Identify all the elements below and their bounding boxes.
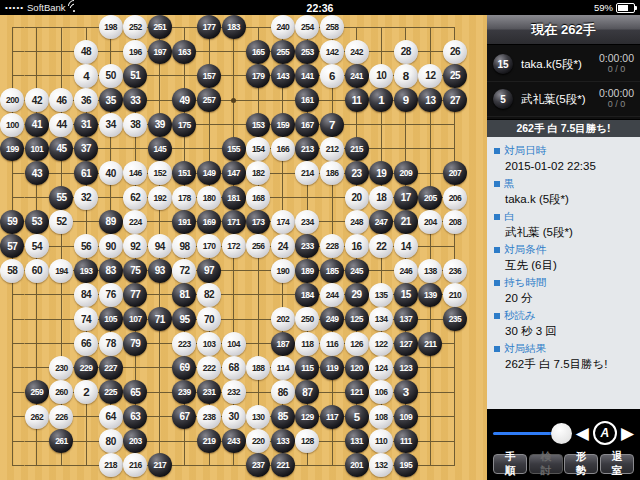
info-label: 持ち時間	[504, 275, 546, 290]
go-stone-white: 126	[345, 332, 369, 356]
go-stone-white: 64	[99, 405, 123, 429]
board-point: 81	[172, 283, 197, 307]
go-stone-black: 157	[197, 64, 221, 88]
go-stone-white: 212	[320, 137, 344, 161]
go-stone-white: 44	[49, 113, 73, 137]
go-stone-white: 50	[99, 64, 123, 88]
board-point	[148, 429, 173, 453]
slider-knob[interactable]	[551, 423, 572, 444]
board-point	[246, 88, 271, 112]
board-point	[221, 88, 246, 112]
board-point: 85	[271, 405, 296, 429]
go-stone-black: 193	[74, 259, 98, 283]
board-point: 227	[98, 356, 123, 380]
go-stone-black: 141	[295, 64, 319, 88]
board-point: 206	[443, 185, 468, 209]
board-point	[25, 185, 50, 209]
board-point: 139	[418, 283, 443, 307]
board-point: 177	[197, 15, 222, 39]
white-capture-stone-icon: 5	[493, 89, 513, 109]
board-point	[443, 380, 468, 404]
board-point	[25, 39, 50, 63]
board-point: 170	[197, 234, 222, 258]
board-point	[418, 356, 443, 380]
go-stone-black: 257	[197, 88, 221, 112]
board-point	[320, 380, 345, 404]
go-stone-black: 59	[0, 210, 24, 234]
go-stone-white: 8	[394, 64, 418, 88]
board-point	[148, 405, 173, 429]
board-point: 48	[74, 39, 99, 63]
board-point: 9	[394, 88, 419, 112]
board-point: 61	[74, 161, 99, 185]
board-point: 37	[74, 137, 99, 161]
board-point: 251	[148, 15, 173, 39]
board-point: 90	[98, 234, 123, 258]
go-stone-white: 256	[246, 234, 270, 258]
info-label: 対局日時	[504, 143, 546, 158]
board-point	[418, 39, 443, 63]
board-point	[320, 453, 345, 477]
board-point	[443, 234, 468, 258]
go-stone-white: 238	[197, 405, 221, 429]
board-point: 221	[271, 453, 296, 477]
board-point: 224	[123, 210, 148, 234]
board-point: 4	[74, 64, 99, 88]
board-point: 222	[197, 356, 222, 380]
go-stone-black: 93	[148, 259, 172, 283]
board-point	[0, 331, 25, 355]
go-stone-white: 188	[246, 356, 270, 380]
board-point	[443, 356, 468, 380]
info-label: 黒	[504, 176, 515, 191]
board-point: 252	[123, 15, 148, 39]
board-point: 95	[172, 307, 197, 331]
board-point: 93	[148, 258, 173, 282]
board-point: 167	[295, 112, 320, 136]
go-stone-white: 108	[369, 405, 393, 429]
go-stone-black: 33	[123, 88, 147, 112]
board-point: 214	[295, 161, 320, 185]
board-point: 262	[25, 405, 50, 429]
go-stone-white: 100	[0, 113, 24, 137]
board-point	[123, 137, 148, 161]
go-stone-white: 236	[443, 259, 467, 283]
go-stone-black: 57	[0, 234, 24, 258]
go-stone-black: 161	[295, 88, 319, 112]
board-point: 233	[295, 234, 320, 258]
go-stone-black: 207	[443, 161, 467, 185]
board-point	[74, 429, 99, 453]
board-point	[0, 283, 25, 307]
board-point: 241	[344, 64, 369, 88]
board-point: 184	[295, 283, 320, 307]
go-stone-white: 4	[74, 64, 98, 88]
go-stone-black: 245	[345, 259, 369, 283]
board-point	[418, 429, 443, 453]
board-point	[197, 137, 222, 161]
go-stone-black: 191	[172, 210, 196, 234]
board-point: 203	[123, 429, 148, 453]
board-point: 219	[197, 429, 222, 453]
board-point: 185	[320, 258, 345, 282]
go-stone-white: 228	[320, 234, 344, 258]
board-point: 22	[369, 234, 394, 258]
go-stone-white: 190	[271, 259, 295, 283]
board-point: 192	[148, 185, 173, 209]
go-stone-white: 106	[369, 380, 393, 404]
board-point: 13	[418, 88, 443, 112]
board-point: 253	[295, 39, 320, 63]
go-stone-white: 254	[295, 15, 319, 39]
board-point	[271, 283, 296, 307]
info-value: 262手 白 7.5目勝ち!	[494, 356, 633, 372]
go-stone-black: 79	[123, 332, 147, 356]
board-point	[123, 356, 148, 380]
go-stone-black: 51	[123, 64, 147, 88]
go-stone-white: 234	[295, 210, 319, 234]
board-point: 127	[394, 331, 419, 355]
go-stone-black: 179	[246, 64, 270, 88]
go-stone-white: 94	[148, 234, 172, 258]
board-point: 239	[172, 380, 197, 404]
go-stone-black: 65	[123, 380, 147, 404]
go-stone-black: 151	[172, 161, 196, 185]
go-stone-white: 36	[74, 88, 98, 112]
go-stone-black: 215	[345, 137, 369, 161]
go-stone-black: 27	[443, 88, 467, 112]
board-point: 163	[172, 39, 197, 63]
go-stone-black: 61	[74, 161, 98, 185]
go-stone-black: 167	[295, 113, 319, 137]
go-stone-black: 197	[148, 40, 172, 64]
battery-icon	[616, 3, 635, 13]
move-slider[interactable]	[493, 423, 572, 444]
clock-label: 22:36	[307, 2, 334, 14]
board-point: 75	[123, 258, 148, 282]
move-counter-header: 現在 262手	[487, 15, 640, 45]
go-stone-black: 55	[49, 186, 73, 210]
go-stone-white: 30	[222, 405, 246, 429]
board-point: 209	[394, 161, 419, 185]
board-point: 193	[74, 258, 99, 282]
board-point: 20	[344, 185, 369, 209]
board-point: 116	[320, 331, 345, 355]
board-point: 196	[123, 39, 148, 63]
go-stone-black: 19	[369, 161, 393, 185]
go-stone-white: 200	[0, 88, 24, 112]
board-point: 74	[74, 307, 99, 331]
board-point	[49, 234, 74, 258]
go-stone-white: 14	[394, 234, 418, 258]
board-point	[25, 15, 50, 39]
board-point: 34	[98, 112, 123, 136]
board-point: 125	[344, 307, 369, 331]
board-point: 179	[246, 64, 271, 88]
board-point: 134	[369, 307, 394, 331]
go-stone-black: 221	[271, 453, 295, 477]
go-board[interactable]: 1982522511771832402542584819619716316525…	[0, 15, 487, 480]
board-point: 107	[123, 307, 148, 331]
board-point	[443, 137, 468, 161]
board-point: 249	[320, 307, 345, 331]
go-stone-white: 6	[320, 64, 344, 88]
board-point: 260	[49, 380, 74, 404]
board-point: 53	[25, 210, 50, 234]
board-point	[246, 283, 271, 307]
board-point: 71	[148, 307, 173, 331]
go-stone-black: 117	[320, 405, 344, 429]
board-point: 51	[123, 64, 148, 88]
board-point	[98, 39, 123, 63]
board-point: 26	[443, 39, 468, 63]
go-stone-white: 192	[148, 186, 172, 210]
estimate-button[interactable]: 形勢	[564, 454, 598, 474]
go-stone-black: 89	[99, 210, 123, 234]
go-stone-white: 124	[369, 356, 393, 380]
board-point: 43	[25, 161, 50, 185]
board-point	[172, 15, 197, 39]
players-block: 15 taka.k(5段*) 0:00:00 0 / 0 5 武礼葉(5段*) …	[487, 45, 640, 119]
board-point: 135	[369, 283, 394, 307]
go-stone-black: 11	[345, 88, 369, 112]
board-point: 208	[443, 210, 468, 234]
board-point: 1	[369, 88, 394, 112]
go-stone-white: 42	[25, 88, 49, 112]
board-point: 7	[320, 112, 345, 136]
info-label: 対局結果	[504, 341, 546, 356]
board-point: 80	[98, 429, 123, 453]
go-stone-white: 226	[49, 405, 73, 429]
board-point: 244	[320, 283, 345, 307]
board-point: 114	[271, 356, 296, 380]
board-point	[49, 307, 74, 331]
go-stone-white: 74	[74, 307, 98, 331]
board-point: 220	[246, 429, 271, 453]
board-point	[221, 307, 246, 331]
review-button[interactable]: 検討	[529, 454, 563, 474]
board-point	[443, 453, 468, 477]
board-point: 46	[49, 88, 74, 112]
board-point: 110	[369, 429, 394, 453]
board-point: 226	[49, 405, 74, 429]
board-point: 246	[394, 258, 419, 282]
go-stone-black: 147	[222, 161, 246, 185]
board-point: 3	[394, 380, 419, 404]
board-point	[172, 64, 197, 88]
next-move-button[interactable]: ▶	[621, 425, 634, 442]
moves-button[interactable]: 手順	[493, 454, 527, 474]
bullet-icon	[494, 181, 500, 187]
info-label: 秒読み	[504, 308, 536, 323]
board-point: 16	[344, 234, 369, 258]
board-point: 202	[271, 307, 296, 331]
go-stone-white: 68	[222, 356, 246, 380]
go-stone-white: 154	[246, 137, 270, 161]
go-stone-black: 121	[345, 380, 369, 404]
board-point: 105	[98, 307, 123, 331]
board-point: 21	[394, 210, 419, 234]
go-stone-white: 18	[369, 186, 393, 210]
board-point	[246, 331, 271, 355]
board-point: 58	[0, 258, 25, 282]
board-point	[246, 258, 271, 282]
board-point: 100	[0, 112, 25, 136]
board-point: 240	[271, 15, 296, 39]
board-point: 18	[369, 185, 394, 209]
go-stone-black: 67	[172, 405, 196, 429]
go-stone-white: 223	[172, 332, 196, 356]
board-point: 245	[344, 258, 369, 282]
board-point: 131	[344, 429, 369, 453]
go-stone-white: 218	[99, 453, 123, 477]
go-stone-white: 128	[295, 429, 319, 453]
go-stone-black: 171	[222, 210, 246, 234]
board-point	[246, 380, 271, 404]
board-point	[418, 307, 443, 331]
playback-controls: ◀ A ▶ 手順 検討 形勢 退室	[487, 409, 640, 480]
go-stone-white: 92	[123, 234, 147, 258]
board-point	[197, 453, 222, 477]
board-point: 261	[49, 429, 74, 453]
board-point	[98, 137, 123, 161]
leave-room-button[interactable]: 退室	[600, 454, 634, 474]
board-point	[418, 453, 443, 477]
board-point: 49	[172, 88, 197, 112]
go-stone-white: 194	[49, 259, 73, 283]
go-stone-black: 123	[394, 356, 418, 380]
go-stone-black: 127	[394, 332, 418, 356]
board-point: 225	[98, 380, 123, 404]
board-point: 169	[197, 210, 222, 234]
go-stone-black: 205	[418, 186, 442, 210]
go-stone-white: 26	[443, 40, 467, 64]
board-point: 157	[197, 64, 222, 88]
board-point	[49, 331, 74, 355]
go-stone-black: 247	[369, 210, 393, 234]
info-label: 白	[504, 209, 515, 224]
go-stone-black: 131	[345, 429, 369, 453]
go-stone-black: 149	[197, 161, 221, 185]
board-point: 118	[295, 331, 320, 355]
board-point: 35	[98, 88, 123, 112]
board-point	[295, 453, 320, 477]
go-stone-white: 240	[271, 15, 295, 39]
board-point: 70	[197, 307, 222, 331]
board-point: 142	[320, 39, 345, 63]
go-stone-black: 233	[295, 234, 319, 258]
go-stone-white: 78	[99, 332, 123, 356]
board-point: 32	[74, 185, 99, 209]
side-panel: 現在 262手 15 taka.k(5段*) 0:00:00 0 / 0 5 武…	[487, 15, 640, 480]
go-stone-white: 114	[271, 356, 295, 380]
board-point: 172	[221, 234, 246, 258]
info-value: 武礼葉 (5段*)	[494, 224, 633, 240]
board-point	[49, 283, 74, 307]
go-stone-white: 174	[271, 210, 295, 234]
board-point: 257	[197, 88, 222, 112]
go-stone-black: 37	[74, 137, 98, 161]
go-stone-white: 82	[197, 283, 221, 307]
go-stone-black: 229	[74, 356, 98, 380]
board-point: 213	[295, 137, 320, 161]
board-point: 28	[394, 39, 419, 63]
go-stone-black: 101	[25, 137, 49, 161]
go-stone-black: 77	[123, 283, 147, 307]
board-point	[148, 88, 173, 112]
board-point: 94	[148, 234, 173, 258]
go-stone-white: 180	[197, 186, 221, 210]
board-point	[418, 112, 443, 136]
go-stone-white: 216	[123, 453, 147, 477]
board-point: 178	[172, 185, 197, 209]
go-stone-white: 60	[25, 259, 49, 283]
go-stone-white: 224	[123, 210, 147, 234]
board-point: 166	[271, 137, 296, 161]
board-point: 212	[320, 137, 345, 161]
go-stone-black: 109	[394, 405, 418, 429]
board-point	[443, 112, 468, 136]
board-grid: 1982522511771832402542584819619716316525…	[0, 15, 467, 478]
go-stone-black: 187	[271, 332, 295, 356]
board-point	[394, 15, 419, 39]
info-value: taka.k (5段*)	[494, 191, 633, 207]
board-point	[271, 161, 296, 185]
board-point: 41	[25, 112, 50, 136]
go-stone-black: 133	[271, 429, 295, 453]
go-stone-white: 58	[0, 259, 24, 283]
autoplay-button[interactable]: A	[593, 421, 617, 445]
board-point: 149	[197, 161, 222, 185]
board-point: 194	[49, 258, 74, 282]
board-point: 40	[98, 161, 123, 185]
board-point: 168	[246, 185, 271, 209]
board-point: 44	[49, 112, 74, 136]
go-stone-white: 98	[172, 234, 196, 258]
board-point	[148, 356, 173, 380]
board-point	[172, 137, 197, 161]
go-stone-black: 129	[295, 405, 319, 429]
go-stone-black: 185	[320, 259, 344, 283]
go-stone-white: 204	[418, 210, 442, 234]
go-stone-white: 122	[369, 332, 393, 356]
board-point	[148, 210, 173, 234]
go-stone-black: 225	[99, 380, 123, 404]
go-stone-white: 172	[222, 234, 246, 258]
board-point	[0, 39, 25, 63]
board-point: 72	[172, 258, 197, 282]
go-stone-black: 139	[418, 283, 442, 307]
go-stone-white: 66	[74, 332, 98, 356]
board-point: 181	[221, 185, 246, 209]
board-point	[443, 429, 468, 453]
board-point: 67	[172, 405, 197, 429]
board-point	[394, 137, 419, 161]
board-point	[320, 429, 345, 453]
status-bar: ••••• SoftBank 22:36 59%	[0, 0, 640, 15]
carrier-label: SoftBank	[27, 2, 66, 13]
board-point: 14	[394, 234, 419, 258]
board-point	[25, 356, 50, 380]
go-stone-black: 235	[443, 307, 467, 331]
prev-move-button[interactable]: ◀	[576, 425, 589, 442]
board-point	[172, 429, 197, 453]
go-stone-white: 210	[443, 283, 467, 307]
black-player-name: taka.k(5段*)	[521, 57, 599, 72]
board-point: 12	[418, 64, 443, 88]
board-point	[418, 15, 443, 39]
board-point: 188	[246, 356, 271, 380]
